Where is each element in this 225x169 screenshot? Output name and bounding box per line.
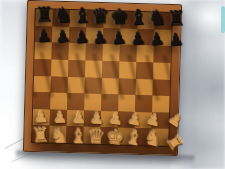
piece-black-king-e8[interactable]: ♚ [110, 6, 130, 28]
piece-black-pawn-g7[interactable]: ♟ [146, 30, 166, 49]
piece-black-pawn-e7[interactable]: ♟ [109, 29, 129, 48]
piece-layer: ♜♞♝♛♚♝♞♜♟♟♟♟♟♟♟♟♟♟♟♟♟♟♟♟♜♞♝♛♚♝♞♜ [31, 8, 173, 147]
chess-board: ♜♞♝♛♚♝♞♜♟♟♟♟♟♟♟♟♟♟♟♟♟♟♟♟♜♞♝♛♚♝♞♜ [23, 0, 182, 156]
piece-black-pawn-a7[interactable]: ♟ [33, 26, 53, 45]
piece-black-rook-a8[interactable]: ♜ [34, 4, 54, 26]
piece-black-knight-g8[interactable]: ♞ [147, 7, 167, 29]
piece-white-bishop-c1[interactable]: ♝ [69, 126, 88, 146]
piece-white-rook-a1[interactable]: ♜ [31, 125, 51, 146]
piece-white-knight-b1[interactable]: ♞ [50, 126, 69, 146]
piece-black-pawn-h7[interactable]: ♟ [165, 30, 185, 49]
piece-black-queen-d8[interactable]: ♛ [91, 6, 111, 28]
piece-white-knight-g1[interactable]: ♞ [142, 126, 165, 150]
piece-black-bishop-c8[interactable]: ♝ [72, 5, 92, 27]
piece-black-knight-b8[interactable]: ♞ [53, 4, 73, 26]
piece-black-bishop-f8[interactable]: ♝ [128, 7, 148, 29]
piece-black-pawn-f7[interactable]: ♟ [128, 29, 148, 48]
piece-black-pawn-d7[interactable]: ♟ [90, 28, 110, 47]
piece-black-pawn-b7[interactable]: ♟ [52, 27, 72, 46]
piece-black-pawn-c7[interactable]: ♟ [71, 28, 91, 47]
chessboard-photo: ♜♞♝♛♚♝♞♜♟♟♟♟♟♟♟♟♟♟♟♟♟♟♟♟♜♞♝♛♚♝♞♜ [0, 0, 225, 169]
piece-white-queen-d1[interactable]: ♛ [87, 126, 107, 147]
background-object-sliver [221, 6, 225, 33]
piece-black-rook-h8[interactable]: ♜ [166, 8, 186, 30]
